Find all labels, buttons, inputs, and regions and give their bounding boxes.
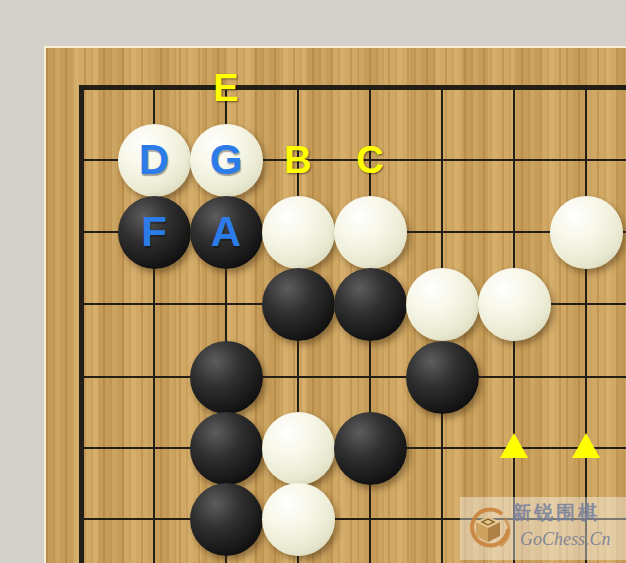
stone-black — [190, 341, 263, 414]
go-problem-viewer: ABCDEFG 新锐围棋 GoChess.Cn — [0, 0, 626, 563]
stone-white — [406, 268, 479, 341]
watermark-site-link[interactable]: GoChess.Cn — [520, 529, 611, 550]
label-point-D[interactable]: D — [118, 124, 190, 196]
stone-black — [190, 483, 263, 556]
label-point-B[interactable]: B — [262, 124, 334, 196]
label-point-G[interactable]: G — [190, 124, 262, 196]
stone-black — [190, 412, 263, 485]
label-point-A[interactable]: A — [190, 196, 262, 268]
stone-white — [262, 412, 335, 485]
label-point-F[interactable]: F — [118, 196, 190, 268]
grid-line-v — [585, 85, 587, 563]
stone-black — [334, 268, 407, 341]
watermark: 新锐围棋 GoChess.Cn — [460, 497, 626, 560]
board-edge-left — [79, 85, 84, 563]
stone-black — [262, 268, 335, 341]
watermark-chinese-text: 新锐围棋 — [512, 500, 600, 526]
label-point-C[interactable]: C — [334, 124, 406, 196]
stone-black — [334, 412, 407, 485]
board-layer: ABCDEFG — [0, 0, 626, 563]
gochess-logo-icon — [464, 502, 512, 556]
triangle-marker — [500, 433, 528, 458]
stone-white — [478, 268, 551, 341]
grid-line-h — [79, 376, 626, 378]
stone-white — [334, 196, 407, 269]
board-edge-top — [79, 85, 626, 90]
stone-black — [406, 341, 479, 414]
stone-white — [262, 483, 335, 556]
triangle-marker — [572, 433, 600, 458]
label-point-E[interactable]: E — [190, 52, 262, 124]
stone-white — [262, 196, 335, 269]
stone-white — [550, 196, 623, 269]
